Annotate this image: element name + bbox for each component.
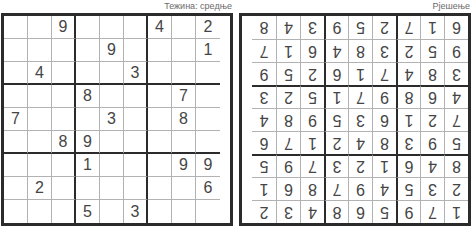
puzzle-cell-r1c3: 9 xyxy=(52,16,76,39)
solution-grid: 1795684322354978618461237955938421767216… xyxy=(239,13,471,226)
puzzle-cell-r3c9 xyxy=(196,62,220,85)
puzzle-cell-r2c6 xyxy=(124,39,148,62)
puzzle-cell-r3c7 xyxy=(148,62,172,85)
solution-cell-r5c5: 3 xyxy=(348,108,372,131)
puzzle-cell-r2c1 xyxy=(4,39,28,62)
solution-cell-r9c2: 1 xyxy=(420,16,444,39)
puzzle-cell-r8c9: 6 xyxy=(196,177,220,200)
puzzle-cell-r6c7 xyxy=(148,131,172,154)
solution-cell-r8c4: 3 xyxy=(372,39,396,62)
puzzle-cell-r9c1 xyxy=(4,200,28,223)
solution-cell-r7c3: 4 xyxy=(396,62,420,85)
solution-cell-r8c3: 2 xyxy=(396,39,420,62)
puzzle-cell-r3c8 xyxy=(172,62,196,85)
solution-cell-r1c2: 7 xyxy=(420,200,444,223)
solution-cell-r9c9: 8 xyxy=(252,16,276,39)
solution-cell-r1c4: 5 xyxy=(372,200,396,223)
solution-cell-r7c2: 8 xyxy=(420,62,444,85)
solution-cell-r7c1: 3 xyxy=(444,62,468,85)
solution-cell-r1c1: 1 xyxy=(444,200,468,223)
solution-cell-r8c2: 5 xyxy=(420,39,444,62)
solution-cell-r3c1: 8 xyxy=(444,154,468,177)
solution-cell-r2c5: 9 xyxy=(348,177,372,200)
solution-cell-r9c4: 2 xyxy=(372,16,396,39)
puzzle-cell-r3c6: 3 xyxy=(124,62,148,85)
puzzle-cell-r7c4: 1 xyxy=(76,154,100,177)
puzzle-cell-r9c9 xyxy=(196,200,220,223)
puzzle-cell-r6c5 xyxy=(100,131,124,154)
solution-cell-r2c7: 8 xyxy=(300,177,324,200)
puzzle-cell-r1c1 xyxy=(4,16,28,39)
solution-cell-r7c9: 9 xyxy=(252,62,276,85)
solution-cell-r2c4: 4 xyxy=(372,177,396,200)
solution-cell-r7c8: 5 xyxy=(276,62,300,85)
solution-cell-r1c7: 4 xyxy=(300,200,324,223)
puzzle-cell-r5c9 xyxy=(196,108,220,131)
solution-cell-r9c5: 5 xyxy=(348,16,372,39)
puzzle-cell-r4c9 xyxy=(196,85,220,108)
puzzle-cell-r5c4 xyxy=(76,108,100,131)
solution-cell-r1c6: 8 xyxy=(324,200,348,223)
puzzle-cell-r4c2 xyxy=(28,85,52,108)
solution-cell-r4c9: 6 xyxy=(252,131,276,154)
puzzle-cell-r1c2 xyxy=(28,16,52,39)
difficulty-label: Тежина: средње xyxy=(1,0,233,13)
solution-cell-r5c4: 6 xyxy=(372,108,396,131)
solution-panel: Рјешење 17956843223549786184612379559384… xyxy=(239,0,471,226)
solution-cell-r3c6: 3 xyxy=(324,154,348,177)
solution-cell-r5c2: 2 xyxy=(420,108,444,131)
puzzle-cell-r2c3 xyxy=(52,39,76,62)
puzzle-cell-r5c6 xyxy=(124,108,148,131)
puzzle-cell-r9c6: 3 xyxy=(124,200,148,223)
solution-cell-r8c5: 8 xyxy=(348,39,372,62)
solution-cell-r4c1: 5 xyxy=(444,131,468,154)
puzzle-cell-r1c5 xyxy=(100,16,124,39)
puzzle-cell-r6c2 xyxy=(28,131,52,154)
puzzle-cell-r2c5: 9 xyxy=(100,39,124,62)
puzzle-cell-r8c8 xyxy=(172,177,196,200)
puzzle-cell-r1c4 xyxy=(76,16,100,39)
puzzle-cell-r7c1 xyxy=(4,154,28,177)
puzzle-cell-r3c1 xyxy=(4,62,28,85)
solution-cell-r9c1: 6 xyxy=(444,16,468,39)
solution-cell-r5c6: 5 xyxy=(324,108,348,131)
puzzle-cell-r4c7 xyxy=(148,85,172,108)
puzzle-cell-r4c5 xyxy=(100,85,124,108)
solution-cell-r5c8: 8 xyxy=(276,108,300,131)
solution-cell-r2c9: 1 xyxy=(252,177,276,200)
solution-cell-r4c8: 7 xyxy=(276,131,300,154)
solution-cell-r6c4: 9 xyxy=(372,85,396,108)
puzzle-cell-r8c6 xyxy=(124,177,148,200)
puzzle-cell-r2c9: 1 xyxy=(196,39,220,62)
puzzle-cell-r7c2 xyxy=(28,154,52,177)
puzzle-cell-r3c4 xyxy=(76,62,100,85)
sudoku-page: Тежина: средње 942914387738891992653 Рје… xyxy=(0,0,471,226)
solution-cell-r9c3: 7 xyxy=(396,16,420,39)
puzzle-cell-r5c1: 7 xyxy=(4,108,28,131)
puzzle-cell-r7c6 xyxy=(124,154,148,177)
puzzle-cell-r5c8: 8 xyxy=(172,108,196,131)
puzzle-cell-r4c8: 7 xyxy=(172,85,196,108)
solution-cell-r6c3: 8 xyxy=(396,85,420,108)
solution-cell-r9c7: 3 xyxy=(300,16,324,39)
solution-cell-r9c8: 4 xyxy=(276,16,300,39)
solution-cell-r3c2: 4 xyxy=(420,154,444,177)
puzzle-cell-r6c3: 8 xyxy=(52,131,76,154)
puzzle-cell-r9c4: 5 xyxy=(76,200,100,223)
solution-cell-r9c6: 9 xyxy=(324,16,348,39)
solution-cell-r2c1: 2 xyxy=(444,177,468,200)
puzzle-cell-r2c7 xyxy=(148,39,172,62)
puzzle-cell-r3c2: 4 xyxy=(28,62,52,85)
solution-cell-r3c4: 1 xyxy=(372,154,396,177)
solution-cell-r8c6: 4 xyxy=(324,39,348,62)
puzzle-cell-r6c4: 9 xyxy=(76,131,100,154)
solution-cell-r5c1: 7 xyxy=(444,108,468,131)
puzzle-cell-r9c7 xyxy=(148,200,172,223)
puzzle-cell-r7c9: 9 xyxy=(196,154,220,177)
puzzle-cell-r6c9 xyxy=(196,131,220,154)
puzzle-cell-r2c8 xyxy=(172,39,196,62)
puzzle-cell-r1c6 xyxy=(124,16,148,39)
puzzle-cell-r4c3 xyxy=(52,85,76,108)
solution-cell-r2c2: 3 xyxy=(420,177,444,200)
puzzle-cell-r9c2 xyxy=(28,200,52,223)
puzzle-cell-r3c3 xyxy=(52,62,76,85)
solution-cell-r4c2: 9 xyxy=(420,131,444,154)
puzzle-cell-r9c3 xyxy=(52,200,76,223)
solution-cell-r1c5: 6 xyxy=(348,200,372,223)
solution-cell-r3c9: 5 xyxy=(252,154,276,177)
solution-cell-r7c5: 1 xyxy=(348,62,372,85)
puzzle-cell-r8c5 xyxy=(100,177,124,200)
puzzle-cell-r7c8: 9 xyxy=(172,154,196,177)
puzzle-grid: 942914387738891992653 xyxy=(1,13,233,226)
solution-cell-r1c9: 2 xyxy=(252,200,276,223)
solution-cell-r8c7: 6 xyxy=(300,39,324,62)
puzzle-cell-r5c7 xyxy=(148,108,172,131)
puzzle-cell-r7c5 xyxy=(100,154,124,177)
solution-cell-r2c3: 5 xyxy=(396,177,420,200)
puzzle-panel: Тежина: средње 942914387738891992653 xyxy=(1,0,233,226)
solution-label: Рјешење xyxy=(239,0,471,13)
puzzle-cell-r8c7 xyxy=(148,177,172,200)
solution-cell-r8c1: 9 xyxy=(444,39,468,62)
puzzle-cell-r5c3 xyxy=(52,108,76,131)
solution-cell-r3c5: 2 xyxy=(348,154,372,177)
solution-cell-r6c8: 2 xyxy=(276,85,300,108)
solution-cell-r3c3: 6 xyxy=(396,154,420,177)
solution-cell-r4c3: 3 xyxy=(396,131,420,154)
puzzle-cell-r8c1 xyxy=(4,177,28,200)
solution-cell-r4c4: 8 xyxy=(372,131,396,154)
solution-cell-r3c8: 9 xyxy=(276,154,300,177)
solution-cell-r5c3: 1 xyxy=(396,108,420,131)
puzzle-cell-r8c4 xyxy=(76,177,100,200)
solution-cell-r7c4: 7 xyxy=(372,62,396,85)
solution-cell-r6c5: 7 xyxy=(348,85,372,108)
solution-cell-r6c6: 1 xyxy=(324,85,348,108)
puzzle-cell-r8c3 xyxy=(52,177,76,200)
solution-cell-r7c7: 2 xyxy=(300,62,324,85)
solution-cell-r5c7: 9 xyxy=(300,108,324,131)
solution-cell-r4c7: 1 xyxy=(300,131,324,154)
puzzle-cell-r1c7: 4 xyxy=(148,16,172,39)
solution-cell-r4c5: 4 xyxy=(348,131,372,154)
puzzle-cell-r4c6 xyxy=(124,85,148,108)
puzzle-cell-r4c4: 8 xyxy=(76,85,100,108)
solution-cell-r7c6: 6 xyxy=(324,62,348,85)
solution-cell-r8c8: 1 xyxy=(276,39,300,62)
solution-cell-r8c9: 7 xyxy=(252,39,276,62)
solution-cell-r1c8: 3 xyxy=(276,200,300,223)
puzzle-cell-r4c1 xyxy=(4,85,28,108)
puzzle-cell-r6c8 xyxy=(172,131,196,154)
puzzle-cell-r1c9: 2 xyxy=(196,16,220,39)
puzzle-cell-r2c4 xyxy=(76,39,100,62)
puzzle-cell-r3c5 xyxy=(100,62,124,85)
solution-cell-r2c8: 6 xyxy=(276,177,300,200)
solution-cell-r4c6: 2 xyxy=(324,131,348,154)
solution-cell-r1c3: 9 xyxy=(396,200,420,223)
solution-cell-r6c2: 6 xyxy=(420,85,444,108)
solution-cell-r3c7: 7 xyxy=(300,154,324,177)
puzzle-cell-r7c7 xyxy=(148,154,172,177)
puzzle-cell-r5c2 xyxy=(28,108,52,131)
puzzle-cell-r2c2 xyxy=(28,39,52,62)
puzzle-cell-r1c8 xyxy=(172,16,196,39)
puzzle-cell-r8c2: 2 xyxy=(28,177,52,200)
solution-cell-r6c7: 5 xyxy=(300,85,324,108)
puzzle-cell-r7c3 xyxy=(52,154,76,177)
solution-cell-r5c9: 4 xyxy=(252,108,276,131)
puzzle-cell-r6c1 xyxy=(4,131,28,154)
puzzle-cell-r9c5 xyxy=(100,200,124,223)
solution-cell-r6c1: 4 xyxy=(444,85,468,108)
puzzle-cell-r9c8 xyxy=(172,200,196,223)
solution-cell-r6c9: 3 xyxy=(252,85,276,108)
puzzle-cell-r6c6 xyxy=(124,131,148,154)
solution-cell-r2c6: 7 xyxy=(324,177,348,200)
puzzle-cell-r5c5: 3 xyxy=(100,108,124,131)
